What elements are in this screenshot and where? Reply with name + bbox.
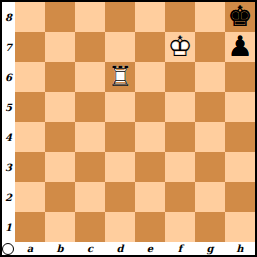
square-f3[interactable] bbox=[165, 152, 195, 182]
square-g4[interactable] bbox=[195, 122, 225, 152]
square-h2[interactable] bbox=[225, 182, 255, 212]
square-g5[interactable] bbox=[195, 92, 225, 122]
square-d8[interactable] bbox=[105, 2, 135, 32]
square-f5[interactable] bbox=[165, 92, 195, 122]
file-label-b: b bbox=[45, 242, 75, 255]
square-e7[interactable] bbox=[135, 32, 165, 62]
square-d6[interactable]: ♜♖ bbox=[105, 62, 135, 92]
white-king-outline-glyph: ♔ bbox=[167, 32, 192, 62]
square-b1[interactable] bbox=[45, 212, 75, 242]
piece-black-pawn[interactable]: ♟♟ bbox=[225, 32, 255, 62]
square-h6[interactable] bbox=[225, 62, 255, 92]
rank-label-5: 5 bbox=[2, 92, 15, 122]
square-b2[interactable] bbox=[45, 182, 75, 212]
square-e3[interactable] bbox=[135, 152, 165, 182]
rank-label-2: 2 bbox=[2, 182, 15, 212]
square-a1[interactable] bbox=[15, 212, 45, 242]
chess-diagram: 87654321 ♚♚♚♔♟♟♜♖ abcdefgh bbox=[0, 0, 257, 257]
square-c6[interactable] bbox=[75, 62, 105, 92]
square-h4[interactable] bbox=[225, 122, 255, 152]
square-f2[interactable] bbox=[165, 182, 195, 212]
file-label-e: e bbox=[135, 242, 165, 255]
white-to-move-indicator bbox=[2, 243, 14, 255]
black-pawn-outline-glyph: ♟ bbox=[227, 32, 252, 62]
file-label-h: h bbox=[225, 242, 255, 255]
square-d1[interactable] bbox=[105, 212, 135, 242]
square-f1[interactable] bbox=[165, 212, 195, 242]
rank-label-8: 8 bbox=[2, 2, 15, 32]
square-h8[interactable]: ♚♚ bbox=[225, 2, 255, 32]
square-d5[interactable] bbox=[105, 92, 135, 122]
rank-labels: 87654321 bbox=[2, 2, 15, 242]
rank-label-7: 7 bbox=[2, 32, 15, 62]
white-rook-outline-glyph: ♖ bbox=[107, 62, 132, 92]
square-h3[interactable] bbox=[225, 152, 255, 182]
rank-label-4: 4 bbox=[2, 122, 15, 152]
file-label-f: f bbox=[165, 242, 195, 255]
piece-black-king[interactable]: ♚♚ bbox=[225, 2, 255, 32]
square-e8[interactable] bbox=[135, 2, 165, 32]
square-e5[interactable] bbox=[135, 92, 165, 122]
square-c1[interactable] bbox=[75, 212, 105, 242]
square-d7[interactable] bbox=[105, 32, 135, 62]
square-h5[interactable] bbox=[225, 92, 255, 122]
square-b7[interactable] bbox=[45, 32, 75, 62]
file-label-g: g bbox=[195, 242, 225, 255]
square-b5[interactable] bbox=[45, 92, 75, 122]
square-f6[interactable] bbox=[165, 62, 195, 92]
square-c2[interactable] bbox=[75, 182, 105, 212]
square-b8[interactable] bbox=[45, 2, 75, 32]
rank-label-6: 6 bbox=[2, 62, 15, 92]
square-c7[interactable] bbox=[75, 32, 105, 62]
square-d3[interactable] bbox=[105, 152, 135, 182]
square-g7[interactable] bbox=[195, 32, 225, 62]
square-h7[interactable]: ♟♟ bbox=[225, 32, 255, 62]
square-a3[interactable] bbox=[15, 152, 45, 182]
square-f4[interactable] bbox=[165, 122, 195, 152]
rank-label-1: 1 bbox=[2, 212, 15, 242]
square-e6[interactable] bbox=[135, 62, 165, 92]
piece-white-rook[interactable]: ♜♖ bbox=[105, 62, 135, 92]
square-b4[interactable] bbox=[45, 122, 75, 152]
square-d4[interactable] bbox=[105, 122, 135, 152]
black-king-outline-glyph: ♚ bbox=[227, 2, 252, 32]
square-c4[interactable] bbox=[75, 122, 105, 152]
rank-label-3: 3 bbox=[2, 152, 15, 182]
square-a8[interactable] bbox=[15, 2, 45, 32]
square-e4[interactable] bbox=[135, 122, 165, 152]
square-b3[interactable] bbox=[45, 152, 75, 182]
square-g8[interactable] bbox=[195, 2, 225, 32]
square-g3[interactable] bbox=[195, 152, 225, 182]
square-a7[interactable] bbox=[15, 32, 45, 62]
square-e1[interactable] bbox=[135, 212, 165, 242]
file-label-d: d bbox=[105, 242, 135, 255]
square-g1[interactable] bbox=[195, 212, 225, 242]
piece-white-king[interactable]: ♚♔ bbox=[165, 32, 195, 62]
square-a6[interactable] bbox=[15, 62, 45, 92]
file-labels: abcdefgh bbox=[15, 242, 255, 255]
square-a5[interactable] bbox=[15, 92, 45, 122]
square-b6[interactable] bbox=[45, 62, 75, 92]
square-h1[interactable] bbox=[225, 212, 255, 242]
file-label-a: a bbox=[15, 242, 45, 255]
square-a4[interactable] bbox=[15, 122, 45, 152]
file-label-c: c bbox=[75, 242, 105, 255]
square-f8[interactable] bbox=[165, 2, 195, 32]
square-g6[interactable] bbox=[195, 62, 225, 92]
square-d2[interactable] bbox=[105, 182, 135, 212]
square-c3[interactable] bbox=[75, 152, 105, 182]
square-c5[interactable] bbox=[75, 92, 105, 122]
square-c8[interactable] bbox=[75, 2, 105, 32]
square-a2[interactable] bbox=[15, 182, 45, 212]
chess-board: ♚♚♚♔♟♟♜♖ bbox=[15, 2, 255, 242]
square-f7[interactable]: ♚♔ bbox=[165, 32, 195, 62]
square-e2[interactable] bbox=[135, 182, 165, 212]
square-g2[interactable] bbox=[195, 182, 225, 212]
